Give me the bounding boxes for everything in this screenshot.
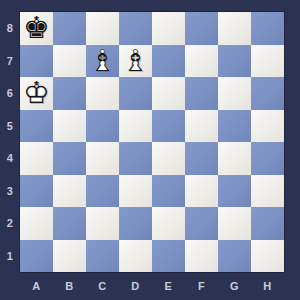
- square-a2[interactable]: [20, 207, 53, 240]
- square-f5[interactable]: [185, 110, 218, 143]
- square-e2[interactable]: [152, 207, 185, 240]
- white-bishop-outline: ♗: [119, 45, 152, 78]
- square-a1[interactable]: [20, 240, 53, 273]
- chess-board: ♚♝♗♝♗♚♔: [20, 12, 284, 272]
- square-c6[interactable]: [86, 77, 119, 110]
- file-label-c: C: [86, 272, 119, 300]
- square-f3[interactable]: [185, 175, 218, 208]
- rank-label-1: 1: [0, 240, 20, 273]
- square-g6[interactable]: [218, 77, 251, 110]
- square-g4[interactable]: [218, 142, 251, 175]
- square-h2[interactable]: [251, 207, 284, 240]
- piece-white-bishop: ♝♗: [119, 45, 152, 78]
- square-c1[interactable]: [86, 240, 119, 273]
- square-f7[interactable]: [185, 45, 218, 78]
- square-b4[interactable]: [53, 142, 86, 175]
- file-label-f: F: [185, 272, 218, 300]
- square-e1[interactable]: [152, 240, 185, 273]
- piece-black-king: ♚: [20, 12, 53, 45]
- square-a6[interactable]: ♚♔: [20, 77, 53, 110]
- square-f2[interactable]: [185, 207, 218, 240]
- rank-label-3: 3: [0, 175, 20, 208]
- square-h4[interactable]: [251, 142, 284, 175]
- square-c5[interactable]: [86, 110, 119, 143]
- rank-coordinates: 87654321: [0, 12, 20, 272]
- square-c2[interactable]: [86, 207, 119, 240]
- square-b1[interactable]: [53, 240, 86, 273]
- file-label-e: E: [152, 272, 185, 300]
- square-a8[interactable]: ♚: [20, 12, 53, 45]
- file-label-g: G: [218, 272, 251, 300]
- piece-white-bishop: ♝♗: [86, 45, 119, 78]
- square-f4[interactable]: [185, 142, 218, 175]
- file-label-d: D: [119, 272, 152, 300]
- square-b3[interactable]: [53, 175, 86, 208]
- square-a4[interactable]: [20, 142, 53, 175]
- file-label-a: A: [20, 272, 53, 300]
- square-c7[interactable]: ♝♗: [86, 45, 119, 78]
- square-a7[interactable]: [20, 45, 53, 78]
- square-c8[interactable]: [86, 12, 119, 45]
- square-e4[interactable]: [152, 142, 185, 175]
- square-g3[interactable]: [218, 175, 251, 208]
- square-d4[interactable]: [119, 142, 152, 175]
- square-h7[interactable]: [251, 45, 284, 78]
- square-f1[interactable]: [185, 240, 218, 273]
- black-king-glyph: ♚: [20, 12, 53, 45]
- square-f8[interactable]: [185, 12, 218, 45]
- square-b5[interactable]: [53, 110, 86, 143]
- square-g1[interactable]: [218, 240, 251, 273]
- square-d5[interactable]: [119, 110, 152, 143]
- square-g8[interactable]: [218, 12, 251, 45]
- rank-label-4: 4: [0, 142, 20, 175]
- square-e5[interactable]: [152, 110, 185, 143]
- chess-diagram: 87654321 ♚♝♗♝♗♚♔ ABCDEFGH: [0, 0, 300, 300]
- square-h3[interactable]: [251, 175, 284, 208]
- square-g2[interactable]: [218, 207, 251, 240]
- square-d2[interactable]: [119, 207, 152, 240]
- rank-label-5: 5: [0, 110, 20, 143]
- square-b2[interactable]: [53, 207, 86, 240]
- file-label-h: H: [251, 272, 284, 300]
- file-label-b: B: [53, 272, 86, 300]
- rank-label-6: 6: [0, 77, 20, 110]
- square-g5[interactable]: [218, 110, 251, 143]
- file-coordinates: ABCDEFGH: [20, 272, 284, 300]
- rank-label-2: 2: [0, 207, 20, 240]
- square-b8[interactable]: [53, 12, 86, 45]
- piece-white-king: ♚♔: [20, 77, 53, 110]
- square-b7[interactable]: [53, 45, 86, 78]
- square-e7[interactable]: [152, 45, 185, 78]
- rank-label-7: 7: [0, 45, 20, 78]
- white-king-outline: ♔: [20, 77, 53, 110]
- square-e6[interactable]: [152, 77, 185, 110]
- square-e3[interactable]: [152, 175, 185, 208]
- square-c3[interactable]: [86, 175, 119, 208]
- square-d6[interactable]: [119, 77, 152, 110]
- square-h1[interactable]: [251, 240, 284, 273]
- square-a5[interactable]: [20, 110, 53, 143]
- square-d1[interactable]: [119, 240, 152, 273]
- square-f6[interactable]: [185, 77, 218, 110]
- square-e8[interactable]: [152, 12, 185, 45]
- square-d8[interactable]: [119, 12, 152, 45]
- square-a3[interactable]: [20, 175, 53, 208]
- square-b6[interactable]: [53, 77, 86, 110]
- square-d7[interactable]: ♝♗: [119, 45, 152, 78]
- white-bishop-outline: ♗: [86, 45, 119, 78]
- square-h5[interactable]: [251, 110, 284, 143]
- square-g7[interactable]: [218, 45, 251, 78]
- square-h8[interactable]: [251, 12, 284, 45]
- square-c4[interactable]: [86, 142, 119, 175]
- square-h6[interactable]: [251, 77, 284, 110]
- rank-label-8: 8: [0, 12, 20, 45]
- square-d3[interactable]: [119, 175, 152, 208]
